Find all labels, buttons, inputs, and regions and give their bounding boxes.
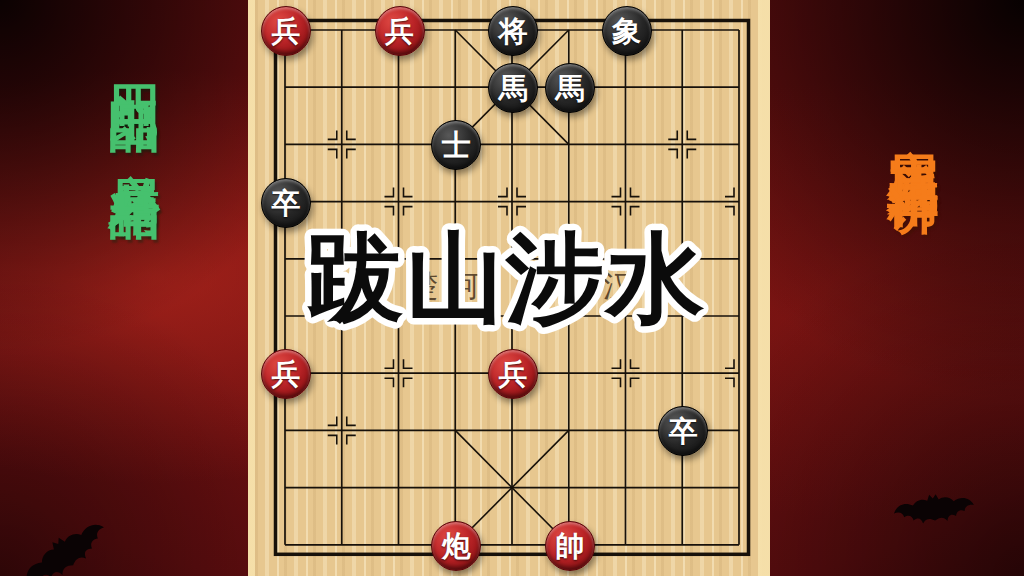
piece-red-pawn[interactable]: 兵 (375, 6, 425, 56)
piece-red-general[interactable]: 帥 (545, 521, 595, 571)
piece-glyph: 兵 (385, 16, 414, 46)
bat-icon (891, 488, 976, 532)
piece-glyph: 士 (442, 130, 471, 160)
bat-icon (15, 510, 118, 576)
piece-glyph: 帥 (555, 531, 584, 561)
piece-glyph: 卒 (669, 416, 698, 446)
piece-glyph: 馬 (555, 73, 584, 103)
piece-black-general[interactable]: 将 (488, 6, 538, 56)
right-banner-text: 实用残局精讲 (878, 108, 947, 150)
piece-black-horse[interactable]: 馬 (545, 63, 595, 113)
piece-black-elephant[interactable]: 象 (602, 6, 652, 56)
piece-glyph: 将 (499, 16, 528, 46)
piece-red-pawn[interactable]: 兵 (261, 6, 311, 56)
piece-glyph: 炮 (442, 531, 471, 561)
piece-red-pawn[interactable]: 兵 (261, 349, 311, 399)
piece-glyph: 兵 (272, 359, 301, 389)
piece-glyph: 象 (612, 16, 641, 46)
overlay-title-text: 跋山涉水 (306, 223, 706, 333)
piece-black-horse[interactable]: 馬 (488, 63, 538, 113)
piece-glyph: 兵 (499, 359, 528, 389)
left-banner-text: 四郎出品 必属精品 (99, 46, 168, 157)
piece-glyph: 兵 (272, 16, 301, 46)
video-frame: 四郎出品 必属精品 实用残局精讲 楚河 汉界 兵兵将象馬馬士卒兵兵卒炮帥 跋山涉… (0, 0, 1024, 576)
piece-glyph: 馬 (499, 73, 528, 103)
piece-red-cannon[interactable]: 炮 (431, 521, 481, 571)
piece-red-pawn[interactable]: 兵 (488, 349, 538, 399)
overlay-title: 跋山涉水 (288, 202, 724, 352)
